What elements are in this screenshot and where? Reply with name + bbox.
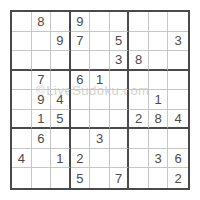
- cell-r6c6[interactable]: [110, 110, 130, 130]
- cell-r5c2[interactable]: 9: [32, 90, 52, 110]
- cell-r4c7[interactable]: [129, 71, 149, 91]
- cell-r4c3[interactable]: [51, 71, 71, 91]
- cell-r2c9[interactable]: 3: [168, 32, 188, 52]
- cell-r1c7[interactable]: [129, 12, 149, 32]
- cell-r5c9[interactable]: [168, 90, 188, 110]
- cell-r7c5[interactable]: 3: [90, 129, 110, 149]
- cell-r3c4[interactable]: [71, 51, 91, 71]
- cell-r3c3[interactable]: [51, 51, 71, 71]
- cell-r7c6[interactable]: [110, 129, 130, 149]
- cell-r7c9[interactable]: [168, 129, 188, 149]
- cell-r4c2[interactable]: 7: [32, 71, 52, 91]
- cell-r3c6[interactable]: 3: [110, 51, 130, 71]
- cell-r3c9[interactable]: [168, 51, 188, 71]
- cell-r8c2[interactable]: [32, 149, 52, 169]
- cell-r8c3[interactable]: 1: [51, 149, 71, 169]
- cell-r2c1[interactable]: [12, 32, 32, 52]
- cell-r8c7[interactable]: [129, 149, 149, 169]
- cell-r1c1[interactable]: [12, 12, 32, 32]
- cell-r7c2[interactable]: 6: [32, 129, 52, 149]
- cell-r8c9[interactable]: 6: [168, 149, 188, 169]
- cell-r8c4[interactable]: 2: [71, 149, 91, 169]
- cell-r3c1[interactable]: [12, 51, 32, 71]
- cell-r6c2[interactable]: 1: [32, 110, 52, 130]
- cell-r5c6[interactable]: [110, 90, 130, 110]
- cell-r9c7[interactable]: [129, 168, 149, 188]
- cell-r6c3[interactable]: 5: [51, 110, 71, 130]
- cell-r4c4[interactable]: 6: [71, 71, 91, 91]
- cell-r1c9[interactable]: [168, 12, 188, 32]
- sudoku-board: 89975338761941152846341236572: [10, 10, 190, 190]
- cell-r1c2[interactable]: 8: [32, 12, 52, 32]
- cell-r3c5[interactable]: [90, 51, 110, 71]
- cell-r8c8[interactable]: 3: [149, 149, 169, 169]
- cell-r6c7[interactable]: 2: [129, 110, 149, 130]
- cell-r4c5[interactable]: 1: [90, 71, 110, 91]
- cell-r9c2[interactable]: [32, 168, 52, 188]
- cell-r1c5[interactable]: [90, 12, 110, 32]
- cell-r5c8[interactable]: 1: [149, 90, 169, 110]
- cell-r6c9[interactable]: 4: [168, 110, 188, 130]
- cell-r2c2[interactable]: [32, 32, 52, 52]
- cell-r7c7[interactable]: [129, 129, 149, 149]
- cell-r8c1[interactable]: 4: [12, 149, 32, 169]
- cell-r5c3[interactable]: 4: [51, 90, 71, 110]
- cell-r9c9[interactable]: 2: [168, 168, 188, 188]
- cell-r2c5[interactable]: [90, 32, 110, 52]
- cell-r2c3[interactable]: 9: [51, 32, 71, 52]
- cell-r3c7[interactable]: 8: [129, 51, 149, 71]
- cell-r9c3[interactable]: [51, 168, 71, 188]
- cell-r2c8[interactable]: [149, 32, 169, 52]
- cell-r1c3[interactable]: [51, 12, 71, 32]
- cell-r6c5[interactable]: [90, 110, 110, 130]
- cell-r5c7[interactable]: [129, 90, 149, 110]
- cell-r8c5[interactable]: [90, 149, 110, 169]
- cell-r9c8[interactable]: [149, 168, 169, 188]
- cell-r9c6[interactable]: 7: [110, 168, 130, 188]
- cell-r7c3[interactable]: [51, 129, 71, 149]
- cell-r1c6[interactable]: [110, 12, 130, 32]
- cell-r3c2[interactable]: [32, 51, 52, 71]
- cell-r4c1[interactable]: [12, 71, 32, 91]
- cell-r7c4[interactable]: [71, 129, 91, 149]
- cell-r1c8[interactable]: [149, 12, 169, 32]
- cell-r1c4[interactable]: 9: [71, 12, 91, 32]
- cell-r8c6[interactable]: [110, 149, 130, 169]
- cell-r4c6[interactable]: [110, 71, 130, 91]
- cell-r4c8[interactable]: [149, 71, 169, 91]
- cell-r5c4[interactable]: [71, 90, 91, 110]
- cell-r3c8[interactable]: [149, 51, 169, 71]
- sudoku-page: 89975338761941152846341236572 ©LiveSudok…: [0, 0, 200, 200]
- cell-r6c8[interactable]: 8: [149, 110, 169, 130]
- cell-r9c4[interactable]: 5: [71, 168, 91, 188]
- cell-r5c5[interactable]: [90, 90, 110, 110]
- cell-r9c5[interactable]: [90, 168, 110, 188]
- cell-r5c1[interactable]: [12, 90, 32, 110]
- cell-r7c8[interactable]: [149, 129, 169, 149]
- cell-r6c1[interactable]: [12, 110, 32, 130]
- cell-r9c1[interactable]: [12, 168, 32, 188]
- cell-r2c6[interactable]: 5: [110, 32, 130, 52]
- cell-r2c7[interactable]: [129, 32, 149, 52]
- cell-r4c9[interactable]: [168, 71, 188, 91]
- cell-r2c4[interactable]: 7: [71, 32, 91, 52]
- cell-r7c1[interactable]: [12, 129, 32, 149]
- cell-r6c4[interactable]: [71, 110, 91, 130]
